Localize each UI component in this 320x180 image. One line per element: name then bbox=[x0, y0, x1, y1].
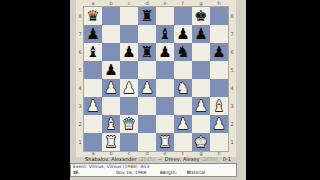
rank-label: 4 bbox=[228, 85, 236, 92]
square-c3 bbox=[120, 97, 138, 115]
square-g7: ♟ bbox=[192, 25, 210, 43]
game-date: Nov 16, 1988 bbox=[116, 170, 146, 176]
square-c1 bbox=[120, 133, 138, 151]
square-a3: ♟ bbox=[84, 97, 102, 115]
rank-label: 2 bbox=[228, 121, 236, 128]
square-g8: ♚ bbox=[192, 7, 210, 25]
square-d7 bbox=[138, 25, 156, 43]
piece-black-pawn: ♟ bbox=[104, 61, 117, 79]
square-d3 bbox=[138, 97, 156, 115]
piece-black-king: ♚ bbox=[194, 7, 207, 25]
players-line: Shabalov, Alexander (2545) -- Dreev, Ale… bbox=[70, 156, 246, 162]
square-g4 bbox=[192, 79, 210, 97]
event-name: Vilnius, Vilnius bbox=[89, 164, 121, 169]
square-d5 bbox=[138, 61, 156, 79]
eco-code: A13 bbox=[138, 164, 150, 169]
white-player-rating: (2545) bbox=[137, 156, 155, 162]
piece-white-pawn: ♟ bbox=[104, 79, 117, 97]
rank-label: 6 bbox=[228, 49, 236, 56]
piece-black-queen: ♛ bbox=[86, 7, 99, 25]
piece-black-pawn: ♟ bbox=[212, 43, 225, 61]
piece-black-pawn: ♟ bbox=[194, 25, 207, 43]
square-e1: ♜ bbox=[156, 133, 174, 151]
piece-white-queen: ♛ bbox=[122, 115, 135, 133]
square-f5 bbox=[174, 61, 192, 79]
piece-white-bishop: ♝ bbox=[104, 115, 117, 133]
piece-white-king: ♚ bbox=[194, 133, 207, 151]
square-f6: ♞ bbox=[174, 43, 192, 61]
piece-white-pawn: ♟ bbox=[194, 97, 207, 115]
square-g5 bbox=[192, 61, 210, 79]
square-a2 bbox=[84, 115, 102, 133]
rank-labels-left: 87654321 bbox=[76, 7, 84, 151]
square-c8 bbox=[120, 7, 138, 25]
square-f2: ♟ bbox=[174, 115, 192, 133]
game-result: 0-1 bbox=[223, 156, 231, 162]
square-c7 bbox=[120, 25, 138, 43]
square-a8: ♛ bbox=[84, 7, 102, 25]
square-g3: ♟ bbox=[192, 97, 210, 115]
file-label: h bbox=[210, 0, 228, 7]
piece-white-pawn: ♟ bbox=[86, 97, 99, 115]
piece-white-pawn: ♟ bbox=[176, 115, 189, 133]
square-e5 bbox=[156, 61, 174, 79]
piece-black-pawn: ♟ bbox=[176, 25, 189, 43]
piece-white-pawn: ♟ bbox=[140, 79, 153, 97]
square-h7 bbox=[210, 25, 228, 43]
square-a5 bbox=[84, 61, 102, 79]
piece-black-bishop: ♝ bbox=[158, 25, 171, 43]
file-labels-top: abcdefgh bbox=[84, 0, 228, 7]
square-b2: ♝ bbox=[102, 115, 120, 133]
square-c4: ♟ bbox=[120, 79, 138, 97]
square-e2 bbox=[156, 115, 174, 133]
chess-board: abcdefgh 87654321 87654321 abcdefgh ♛♜♚♟… bbox=[76, 0, 236, 157]
piece-black-knight: ♞ bbox=[176, 43, 189, 61]
square-b6 bbox=[102, 43, 120, 61]
piece-black-pawn: ♟ bbox=[122, 43, 135, 61]
stats-line: W: 15 Nov 16, 1988 Length: 41 Material 0 bbox=[71, 170, 236, 175]
square-e4 bbox=[156, 79, 174, 97]
file-label: c bbox=[120, 0, 138, 7]
square-e6: ♟ bbox=[156, 43, 174, 61]
square-d4: ♟ bbox=[138, 79, 156, 97]
piece-white-knight: ♞ bbox=[176, 79, 189, 97]
piece-white-pawn: ♟ bbox=[212, 115, 225, 133]
rank-label: 3 bbox=[228, 103, 236, 110]
square-c2: ♛ bbox=[120, 115, 138, 133]
square-a6: ♝ bbox=[84, 43, 102, 61]
square-h6: ♟ bbox=[210, 43, 228, 61]
square-h2: ♟ bbox=[210, 115, 228, 133]
square-d1 bbox=[138, 133, 156, 151]
rank-label: 5 bbox=[228, 67, 236, 74]
square-c6: ♟ bbox=[120, 43, 138, 61]
file-label: a bbox=[84, 0, 102, 7]
square-h1 bbox=[210, 133, 228, 151]
file-label: e bbox=[156, 0, 174, 7]
square-b1: ♜ bbox=[102, 133, 120, 151]
rank-label: 3 bbox=[76, 103, 84, 110]
square-h8 bbox=[210, 7, 228, 25]
board-grid: ♛♜♚♟♝♟♟♝♟♜♟♞♟♟♟♟♟♞♟♟♝♝♛♟♟♜♜♚ bbox=[84, 7, 228, 151]
rank-label: 4 bbox=[76, 85, 84, 92]
piece-white-pawn: ♟ bbox=[122, 79, 135, 97]
square-g6 bbox=[192, 43, 210, 61]
rank-label: 8 bbox=[228, 13, 236, 20]
square-b4: ♟ bbox=[102, 79, 120, 97]
rank-label: 6 bbox=[76, 49, 84, 56]
rank-label: 1 bbox=[76, 139, 84, 146]
square-b7 bbox=[102, 25, 120, 43]
rank-label: 1 bbox=[228, 139, 236, 146]
piece-black-pawn: ♟ bbox=[158, 43, 171, 61]
square-a7: ♟ bbox=[84, 25, 102, 43]
file-label: b bbox=[102, 0, 120, 7]
square-a4 bbox=[84, 79, 102, 97]
event-label: Event: bbox=[73, 164, 89, 169]
players-separator: -- bbox=[155, 156, 165, 162]
video-frame: abcdefgh 87654321 87654321 abcdefgh ♛♜♚♟… bbox=[0, 0, 320, 180]
square-h3: ♝ bbox=[210, 97, 228, 115]
square-h5 bbox=[210, 61, 228, 79]
pillarbox-right bbox=[246, 0, 320, 180]
rank-label: 7 bbox=[76, 31, 84, 38]
square-f1 bbox=[174, 133, 192, 151]
square-b5: ♟ bbox=[102, 61, 120, 79]
rank-labels-right: 87654321 bbox=[228, 7, 236, 151]
piece-white-rook: ♜ bbox=[158, 133, 171, 151]
rank-label: 2 bbox=[76, 121, 84, 128]
file-label: g bbox=[192, 0, 210, 7]
square-e7: ♝ bbox=[156, 25, 174, 43]
square-d8: ♜ bbox=[138, 7, 156, 25]
square-f8 bbox=[174, 7, 192, 25]
square-f3 bbox=[174, 97, 192, 115]
rank-label: 7 bbox=[228, 31, 236, 38]
rank-label: 8 bbox=[76, 13, 84, 20]
square-b3 bbox=[102, 97, 120, 115]
material-value: 0 bbox=[187, 170, 190, 176]
square-g2 bbox=[192, 115, 210, 133]
game-info-box: Event: Vilnius, Vilnius (1988) A13 W: 15… bbox=[70, 163, 237, 177]
move-number: 15 bbox=[73, 170, 79, 176]
square-f4: ♞ bbox=[174, 79, 192, 97]
square-a1 bbox=[84, 133, 102, 151]
piece-black-bishop: ♝ bbox=[86, 43, 99, 61]
black-player-name: Dreev, Alexey bbox=[165, 156, 200, 162]
piece-black-pawn: ♟ bbox=[86, 25, 99, 43]
square-b8 bbox=[102, 7, 120, 25]
square-h4 bbox=[210, 79, 228, 97]
file-label: d bbox=[138, 0, 156, 7]
square-g1: ♚ bbox=[192, 133, 210, 151]
file-label: f bbox=[174, 0, 192, 7]
square-d2 bbox=[138, 115, 156, 133]
event-year: (1988) bbox=[121, 164, 137, 169]
white-player-name: Shabalov, Alexander bbox=[85, 156, 137, 162]
piece-white-bishop: ♝ bbox=[212, 97, 225, 115]
piece-black-rook: ♜ bbox=[140, 7, 153, 25]
pillarbox-left bbox=[0, 0, 70, 180]
square-d6: ♜ bbox=[138, 43, 156, 61]
square-e3 bbox=[156, 97, 174, 115]
length-value: 41 bbox=[160, 170, 166, 176]
square-f7: ♟ bbox=[174, 25, 192, 43]
piece-black-rook: ♜ bbox=[140, 43, 153, 61]
piece-white-rook: ♜ bbox=[104, 133, 117, 151]
square-c5 bbox=[120, 61, 138, 79]
black-player-rating: (2650) bbox=[200, 156, 218, 162]
square-e8 bbox=[156, 7, 174, 25]
rank-label: 5 bbox=[76, 67, 84, 74]
